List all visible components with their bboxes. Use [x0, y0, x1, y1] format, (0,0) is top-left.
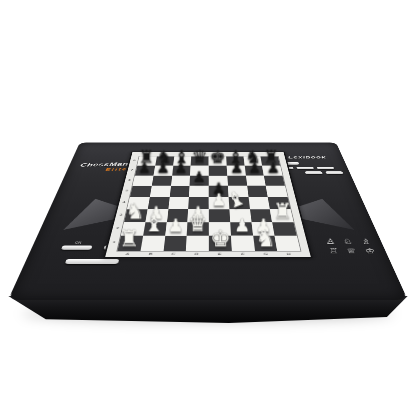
knight-button[interactable]: ♘ [343, 238, 353, 245]
bishop-button[interactable]: ♗ [361, 238, 371, 245]
square-c7[interactable]: ♟ [172, 166, 191, 176]
function-button-2-2[interactable] [296, 167, 314, 169]
piece-black-pawn[interactable]: ♟ [248, 160, 261, 175]
right-button-panel [275, 162, 344, 176]
square-g5[interactable] [247, 186, 268, 197]
square-d2[interactable]: ♛ [187, 222, 209, 236]
rank-label-7: 7 [129, 169, 135, 171]
square-d1[interactable] [186, 236, 209, 251]
square-b2[interactable]: ♝ [143, 222, 167, 236]
file-label-f: F [238, 252, 247, 256]
square-f6[interactable] [227, 175, 247, 185]
square-d6[interactable]: ♟ [190, 175, 209, 185]
square-h6[interactable] [264, 175, 285, 185]
rank-label-2: 2 [114, 226, 121, 229]
square-f4[interactable]: ♝ [228, 197, 249, 209]
square-g7[interactable]: ♟ [244, 166, 264, 176]
square-c6[interactable] [171, 175, 191, 185]
function-button-1-1[interactable] [275, 162, 299, 164]
board-grid: ♜♞♝♛♚♝♞♜♟♟♟♟♟♟♟♟♟♝♞♟♟♜♝♟♛♟♟♜♚♞ [116, 156, 301, 251]
rank-label-6: 6 [126, 179, 132, 181]
product-photo: ChessMan Elite Lexibook ON ON/OFF [0, 0, 416, 416]
pawn-button[interactable]: ♙ [325, 238, 335, 245]
piece-white-pawn[interactable]: ♟ [234, 217, 250, 235]
square-a5[interactable] [130, 186, 152, 197]
square-e7[interactable] [209, 166, 227, 176]
square-h2[interactable] [272, 222, 296, 236]
chessman-variant-text: Elite [78, 167, 128, 172]
piece-black-pawn[interactable]: ♟ [138, 160, 151, 175]
function-button-3-1[interactable] [305, 171, 323, 174]
piece-black-pawn[interactable]: ♟ [192, 170, 206, 186]
piece-white-pawn[interactable]: ♟ [168, 217, 184, 235]
square-c2[interactable]: ♟ [165, 222, 188, 236]
rank-label-1: 1 [110, 240, 118, 243]
piece-white-knight[interactable]: ♞ [256, 227, 277, 250]
square-e3[interactable] [209, 209, 230, 222]
square-c4[interactable] [168, 197, 189, 209]
square-g1[interactable]: ♞ [253, 236, 278, 251]
square-f7[interactable]: ♟ [227, 166, 246, 176]
function-button-2-1[interactable] [276, 167, 293, 169]
piece-select-buttons: ♙♘♗♖♕♔ [290, 238, 377, 257]
square-a6[interactable] [133, 175, 154, 185]
on-button-pill[interactable] [61, 245, 92, 249]
file-label-d: D [192, 252, 201, 256]
piece-white-king[interactable]: ♚ [210, 227, 231, 250]
rank-label-5: 5 [124, 189, 131, 192]
square-g6[interactable] [246, 175, 266, 185]
console-top: ChessMan Elite Lexibook ON ON/OFF [8, 142, 408, 300]
square-g4[interactable] [248, 197, 270, 209]
function-button-2-3[interactable] [317, 167, 335, 169]
on-button-label: ON [63, 241, 94, 244]
square-d5[interactable] [189, 186, 209, 197]
square-e8[interactable]: ♚ [209, 156, 227, 165]
file-label-b: B [146, 252, 155, 256]
function-button-3-2[interactable] [325, 171, 343, 174]
piece-white-queen[interactable]: ♛ [188, 213, 208, 235]
square-e1[interactable]: ♚ [209, 236, 232, 251]
training-button[interactable]: TRAINING [65, 255, 167, 264]
square-f2[interactable]: ♟ [230, 222, 253, 236]
rank-label-3: 3 [117, 213, 124, 216]
piece-white-bishop[interactable]: ♝ [144, 213, 164, 235]
file-label-c: C [169, 252, 178, 256]
square-d8[interactable]: ♛ [191, 156, 209, 165]
file-label-a: A [123, 252, 133, 256]
rook-button[interactable]: ♖ [328, 247, 338, 254]
scene: ChessMan Elite Lexibook ON ON/OFF [8, 108, 408, 318]
lexibook-logo: Lexibook [278, 155, 337, 159]
rank-label-4: 4 [121, 201, 128, 204]
file-label-e: E [215, 252, 224, 256]
piece-black-queen[interactable]: ♛ [192, 147, 208, 165]
piece-black-king[interactable]: ♚ [210, 147, 226, 165]
square-b5[interactable] [150, 186, 171, 197]
piece-black-pawn[interactable]: ♟ [174, 160, 187, 175]
king-button[interactable]: ♔ [365, 247, 376, 254]
square-a7[interactable]: ♟ [135, 166, 155, 176]
square-f1[interactable] [231, 236, 255, 251]
on-off-button-pill[interactable] [104, 245, 135, 249]
square-b6[interactable] [152, 175, 172, 185]
square-h5[interactable] [266, 186, 288, 197]
square-c5[interactable] [169, 186, 189, 197]
piece-black-pawn[interactable]: ♟ [156, 160, 169, 175]
chessman-logo: ChessMan Elite [78, 161, 129, 173]
queen-button[interactable]: ♕ [347, 247, 357, 254]
piece-black-pawn[interactable]: ♟ [230, 160, 243, 175]
on-off-button[interactable]: ON/OFF [104, 241, 136, 249]
file-label-h: H [284, 252, 294, 256]
rank-label-8: 8 [131, 159, 137, 161]
training-button-pill[interactable] [65, 259, 119, 264]
file-label-g: G [261, 252, 270, 256]
on-button[interactable]: ON [61, 241, 93, 249]
square-b7[interactable]: ♟ [153, 166, 173, 176]
